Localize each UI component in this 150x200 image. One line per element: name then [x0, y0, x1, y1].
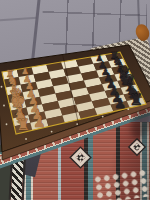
frame-dot: [51, 131, 53, 133]
frame-dot: [102, 116, 104, 118]
frame-dot: [76, 123, 78, 125]
frame-dot: [1, 86, 3, 88]
frame-dot: [25, 138, 27, 140]
chessboard[interactable]: ♜♟♟♜♞♟♟♞♝♟♟♝♛♟♟♛♚♟♟♚♝♟♟♝♞♟♟♞♜♟♟♜: [0, 0, 150, 200]
scene-living-room: ♜♟♟♜♞♟♟♞♝♟♟♝♛♟♟♛♚♟♟♚♝♟♟♝♞♟♟♞♜♟♟♜: [0, 0, 150, 200]
black-pawn-h7[interactable]: ♟: [114, 95, 126, 111]
frame-dot: [6, 123, 8, 125]
black-rook-h8[interactable]: ♜: [129, 91, 143, 109]
white-pawn-h2[interactable]: ♟: [33, 114, 45, 130]
white-rook-h1[interactable]: ♜: [16, 116, 30, 134]
frame-dot: [3, 105, 5, 107]
